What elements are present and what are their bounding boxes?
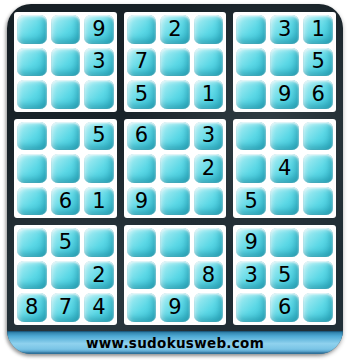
cell-r1c7[interactable] [236, 15, 266, 44]
cell-r4c4[interactable]: 6 [127, 122, 157, 151]
cell-r1c4[interactable] [127, 15, 157, 44]
block-1-1: 6329 [124, 119, 227, 219]
cell-r8c2[interactable] [51, 261, 81, 290]
board-area: 9327513159656163294552874899356 [7, 4, 343, 331]
board-frame: 9327513159656163294552874899356 www.sudo… [7, 4, 343, 354]
cell-r7c6[interactable] [194, 228, 224, 257]
cell-r2c8[interactable] [270, 48, 300, 77]
cell-r4c2[interactable] [51, 122, 81, 151]
cell-r7c2[interactable]: 5 [51, 228, 81, 257]
cell-r7c3[interactable] [84, 228, 114, 257]
block-1-0: 561 [14, 119, 117, 219]
cell-r5c4[interactable] [127, 154, 157, 183]
cell-r8c6[interactable]: 8 [194, 261, 224, 290]
cell-r2c6[interactable] [194, 48, 224, 77]
cell-r1c1[interactable] [17, 15, 47, 44]
cell-r2c2[interactable] [51, 48, 81, 77]
cell-r2c7[interactable] [236, 48, 266, 77]
cell-r1c9[interactable]: 1 [303, 15, 333, 44]
cell-r7c1[interactable] [17, 228, 47, 257]
block-0-1: 2751 [124, 12, 227, 112]
cell-r5c5[interactable] [160, 154, 190, 183]
cell-r4c5[interactable] [160, 122, 190, 151]
cell-r8c5[interactable] [160, 261, 190, 290]
cell-r9c4[interactable] [127, 293, 157, 322]
cell-r1c3[interactable]: 9 [84, 15, 114, 44]
cell-r8c4[interactable] [127, 261, 157, 290]
cell-r9c5[interactable]: 9 [160, 293, 190, 322]
cell-r1c2[interactable] [51, 15, 81, 44]
block-2-0: 52874 [14, 225, 117, 325]
sudoku-board: 9327513159656163294552874899356 [14, 12, 336, 325]
cell-r3c8[interactable]: 9 [270, 80, 300, 109]
cell-r9c1[interactable]: 8 [17, 293, 47, 322]
cell-r9c3[interactable]: 4 [84, 293, 114, 322]
cell-r7c7[interactable]: 9 [236, 228, 266, 257]
block-2-2: 9356 [233, 225, 336, 325]
cell-r4c3[interactable]: 5 [84, 122, 114, 151]
cell-r9c8[interactable]: 6 [270, 293, 300, 322]
cell-r8c7[interactable]: 3 [236, 261, 266, 290]
cell-r6c8[interactable] [270, 187, 300, 216]
cell-r3c3[interactable] [84, 80, 114, 109]
footer-band: www.sudokusweb.com [7, 331, 343, 354]
block-0-0: 93 [14, 12, 117, 112]
sudoku-page: 9327513159656163294552874899356 www.sudo… [0, 0, 350, 360]
cell-r3c1[interactable] [17, 80, 47, 109]
cell-r3c4[interactable]: 5 [127, 80, 157, 109]
cell-r1c8[interactable]: 3 [270, 15, 300, 44]
cell-r5c3[interactable] [84, 154, 114, 183]
cell-r7c9[interactable] [303, 228, 333, 257]
cell-r3c6[interactable]: 1 [194, 80, 224, 109]
cell-r8c9[interactable] [303, 261, 333, 290]
cell-r5c7[interactable] [236, 154, 266, 183]
cell-r4c6[interactable]: 3 [194, 122, 224, 151]
cell-r4c7[interactable] [236, 122, 266, 151]
cell-r9c2[interactable]: 7 [51, 293, 81, 322]
cell-r7c5[interactable] [160, 228, 190, 257]
cell-r6c6[interactable] [194, 187, 224, 216]
cell-r1c5[interactable]: 2 [160, 15, 190, 44]
cell-r6c2[interactable]: 6 [51, 187, 81, 216]
cell-r4c8[interactable] [270, 122, 300, 151]
cell-r6c1[interactable] [17, 187, 47, 216]
cell-r5c9[interactable] [303, 154, 333, 183]
cell-r5c2[interactable] [51, 154, 81, 183]
cell-r3c2[interactable] [51, 80, 81, 109]
cell-r1c6[interactable] [194, 15, 224, 44]
cell-r2c1[interactable] [17, 48, 47, 77]
block-0-2: 31596 [233, 12, 336, 112]
cell-r3c7[interactable] [236, 80, 266, 109]
site-url: www.sudokusweb.com [86, 335, 264, 351]
cell-r5c1[interactable] [17, 154, 47, 183]
cell-r6c9[interactable] [303, 187, 333, 216]
cell-r2c4[interactable]: 7 [127, 48, 157, 77]
cell-r2c9[interactable]: 5 [303, 48, 333, 77]
cell-r9c6[interactable] [194, 293, 224, 322]
cell-r8c3[interactable]: 2 [84, 261, 114, 290]
cell-r4c9[interactable] [303, 122, 333, 151]
cell-r6c7[interactable]: 5 [236, 187, 266, 216]
cell-r6c3[interactable]: 1 [84, 187, 114, 216]
cell-r8c1[interactable] [17, 261, 47, 290]
cell-r2c3[interactable]: 3 [84, 48, 114, 77]
cell-r5c8[interactable]: 4 [270, 154, 300, 183]
cell-r9c7[interactable] [236, 293, 266, 322]
cell-r3c9[interactable]: 6 [303, 80, 333, 109]
cell-r7c4[interactable] [127, 228, 157, 257]
cell-r7c8[interactable] [270, 228, 300, 257]
block-1-2: 45 [233, 119, 336, 219]
cell-r6c5[interactable] [160, 187, 190, 216]
cell-r3c5[interactable] [160, 80, 190, 109]
block-2-1: 89 [124, 225, 227, 325]
cell-r8c8[interactable]: 5 [270, 261, 300, 290]
cell-r4c1[interactable] [17, 122, 47, 151]
cell-r2c5[interactable] [160, 48, 190, 77]
cell-r5c6[interactable]: 2 [194, 154, 224, 183]
cell-r6c4[interactable]: 9 [127, 187, 157, 216]
cell-r9c9[interactable] [303, 293, 333, 322]
